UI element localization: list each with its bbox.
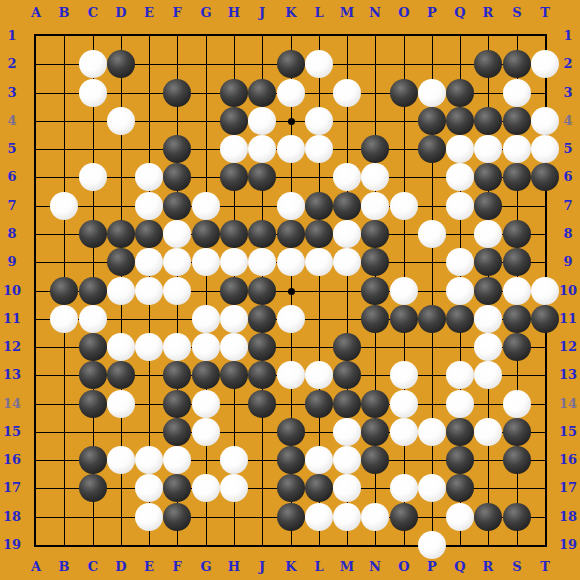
white-stone <box>277 135 305 163</box>
white-stone <box>390 474 418 502</box>
white-stone <box>163 333 191 361</box>
white-stone <box>107 277 135 305</box>
black-stone <box>503 107 531 135</box>
white-stone <box>248 107 276 135</box>
black-stone <box>277 50 305 78</box>
column-label-top-M: M <box>335 5 359 21</box>
black-stone <box>163 503 191 531</box>
white-stone <box>135 248 163 276</box>
black-stone <box>361 220 389 248</box>
white-stone <box>474 135 502 163</box>
column-label-bottom-M: M <box>335 559 359 575</box>
column-label-top-P: P <box>420 5 444 21</box>
white-stone <box>135 192 163 220</box>
black-stone <box>361 135 389 163</box>
white-stone <box>305 135 333 163</box>
white-stone <box>446 503 474 531</box>
black-stone <box>248 79 276 107</box>
white-stone <box>390 192 418 220</box>
black-stone <box>446 79 474 107</box>
row-label-right-18: 18 <box>556 509 580 525</box>
column-label-top-J: J <box>250 5 274 21</box>
black-stone <box>79 277 107 305</box>
row-label-left-17: 17 <box>0 480 24 496</box>
black-stone <box>220 277 248 305</box>
column-label-bottom-R: R <box>476 559 500 575</box>
black-stone <box>446 305 474 333</box>
black-stone <box>446 418 474 446</box>
black-stone <box>390 79 418 107</box>
white-stone <box>390 418 418 446</box>
row-label-right-4: 4 <box>556 113 580 129</box>
black-stone <box>107 50 135 78</box>
white-stone <box>333 474 361 502</box>
white-stone <box>361 163 389 191</box>
column-label-bottom-J: J <box>250 559 274 575</box>
white-stone <box>531 50 559 78</box>
row-label-right-17: 17 <box>556 480 580 496</box>
white-stone <box>305 361 333 389</box>
white-stone <box>135 446 163 474</box>
column-label-bottom-A: A <box>24 559 48 575</box>
row-label-left-2: 2 <box>0 56 24 72</box>
column-label-top-B: B <box>52 5 76 21</box>
black-stone <box>531 163 559 191</box>
white-stone <box>192 418 220 446</box>
column-label-top-R: R <box>476 5 500 21</box>
black-stone <box>277 220 305 248</box>
white-stone <box>107 446 135 474</box>
black-stone <box>50 277 78 305</box>
black-stone <box>248 163 276 191</box>
white-stone <box>220 248 248 276</box>
row-label-right-2: 2 <box>556 56 580 72</box>
white-stone <box>192 474 220 502</box>
row-label-right-15: 15 <box>556 424 580 440</box>
column-label-bottom-C: C <box>81 559 105 575</box>
white-stone <box>220 474 248 502</box>
row-label-right-7: 7 <box>556 198 580 214</box>
row-label-left-11: 11 <box>0 311 24 327</box>
go-board[interactable]: AABBCCDDEEFFGGHHJJKKLLMMNNOOPPQQRRSSTT11… <box>0 0 580 580</box>
black-stone <box>531 305 559 333</box>
white-stone <box>220 135 248 163</box>
column-label-bottom-P: P <box>420 559 444 575</box>
white-stone <box>474 361 502 389</box>
white-stone <box>79 79 107 107</box>
black-stone <box>474 277 502 305</box>
white-stone <box>446 248 474 276</box>
black-stone <box>163 79 191 107</box>
column-label-top-T: T <box>533 5 557 21</box>
black-stone <box>277 503 305 531</box>
white-stone <box>333 503 361 531</box>
white-stone <box>418 418 446 446</box>
white-stone <box>531 135 559 163</box>
black-stone <box>192 361 220 389</box>
black-stone <box>446 107 474 135</box>
white-stone <box>446 277 474 305</box>
white-stone <box>163 220 191 248</box>
white-stone <box>305 248 333 276</box>
column-label-bottom-F: F <box>165 559 189 575</box>
row-label-left-10: 10 <box>0 283 24 299</box>
white-stone <box>446 390 474 418</box>
black-stone <box>361 390 389 418</box>
white-stone <box>277 192 305 220</box>
row-label-right-9: 9 <box>556 254 580 270</box>
black-stone <box>79 390 107 418</box>
black-stone <box>248 361 276 389</box>
black-stone <box>192 220 220 248</box>
black-stone <box>474 248 502 276</box>
white-stone <box>418 531 446 559</box>
black-stone <box>107 361 135 389</box>
black-stone <box>277 446 305 474</box>
black-stone <box>220 163 248 191</box>
black-stone <box>503 418 531 446</box>
column-label-top-L: L <box>307 5 331 21</box>
white-stone <box>248 248 276 276</box>
black-stone <box>474 50 502 78</box>
white-stone <box>361 192 389 220</box>
white-stone <box>220 446 248 474</box>
black-stone <box>79 333 107 361</box>
black-stone <box>474 163 502 191</box>
column-label-top-C: C <box>81 5 105 21</box>
white-stone <box>333 163 361 191</box>
black-stone <box>333 390 361 418</box>
row-label-right-6: 6 <box>556 169 580 185</box>
black-stone <box>79 220 107 248</box>
column-label-bottom-L: L <box>307 559 331 575</box>
white-stone <box>79 50 107 78</box>
column-label-top-Q: Q <box>448 5 472 21</box>
black-stone <box>503 446 531 474</box>
black-stone <box>248 390 276 418</box>
column-label-top-E: E <box>137 5 161 21</box>
black-stone <box>248 220 276 248</box>
white-stone <box>135 163 163 191</box>
black-stone <box>305 220 333 248</box>
black-stone <box>135 220 163 248</box>
white-stone <box>163 248 191 276</box>
white-stone <box>418 474 446 502</box>
white-stone <box>135 277 163 305</box>
white-stone <box>503 390 531 418</box>
black-stone <box>503 333 531 361</box>
black-stone <box>361 277 389 305</box>
white-stone <box>503 79 531 107</box>
white-stone <box>277 361 305 389</box>
column-label-top-S: S <box>505 5 529 21</box>
black-stone <box>361 248 389 276</box>
white-stone <box>107 333 135 361</box>
black-stone <box>474 503 502 531</box>
white-stone <box>50 305 78 333</box>
black-stone <box>361 418 389 446</box>
white-stone <box>107 390 135 418</box>
column-label-top-O: O <box>392 5 416 21</box>
black-stone <box>220 220 248 248</box>
black-stone <box>163 135 191 163</box>
white-stone <box>305 107 333 135</box>
column-label-top-G: G <box>194 5 218 21</box>
black-stone <box>277 418 305 446</box>
white-stone <box>277 305 305 333</box>
white-stone <box>305 50 333 78</box>
white-stone <box>390 361 418 389</box>
white-stone <box>390 390 418 418</box>
column-label-bottom-G: G <box>194 559 218 575</box>
black-stone <box>163 474 191 502</box>
white-stone <box>418 79 446 107</box>
black-stone <box>248 333 276 361</box>
row-label-left-4: 4 <box>0 113 24 129</box>
column-label-top-H: H <box>222 5 246 21</box>
row-label-left-7: 7 <box>0 198 24 214</box>
star-point <box>288 288 295 295</box>
black-stone <box>107 248 135 276</box>
white-stone <box>107 107 135 135</box>
row-label-right-19: 19 <box>556 537 580 553</box>
white-stone <box>135 474 163 502</box>
white-stone <box>474 220 502 248</box>
white-stone <box>305 503 333 531</box>
black-stone <box>220 79 248 107</box>
white-stone <box>192 248 220 276</box>
column-label-bottom-E: E <box>137 559 161 575</box>
column-label-top-F: F <box>165 5 189 21</box>
row-label-left-18: 18 <box>0 509 24 525</box>
column-label-bottom-Q: Q <box>448 559 472 575</box>
black-stone <box>418 135 446 163</box>
white-stone <box>333 248 361 276</box>
white-stone <box>305 446 333 474</box>
black-stone <box>163 390 191 418</box>
black-stone <box>390 305 418 333</box>
black-stone <box>503 163 531 191</box>
black-stone <box>107 220 135 248</box>
black-stone <box>446 474 474 502</box>
black-stone <box>248 277 276 305</box>
black-stone <box>220 361 248 389</box>
column-label-bottom-N: N <box>363 559 387 575</box>
white-stone <box>361 503 389 531</box>
white-stone <box>446 163 474 191</box>
screenshot-frame: AABBCCDDEEFFGGHHJJKKLLMMNNOOPPQQRRSSTT11… <box>0 0 580 580</box>
row-label-left-13: 13 <box>0 367 24 383</box>
column-label-bottom-O: O <box>392 559 416 575</box>
black-stone <box>79 446 107 474</box>
white-stone <box>50 192 78 220</box>
white-stone <box>135 333 163 361</box>
black-stone <box>361 446 389 474</box>
white-stone <box>531 277 559 305</box>
black-stone <box>79 474 107 502</box>
white-stone <box>418 220 446 248</box>
black-stone <box>503 503 531 531</box>
white-stone <box>503 135 531 163</box>
row-label-right-13: 13 <box>556 367 580 383</box>
black-stone <box>418 305 446 333</box>
black-stone <box>446 446 474 474</box>
row-label-left-3: 3 <box>0 85 24 101</box>
black-stone <box>474 107 502 135</box>
white-stone <box>333 220 361 248</box>
black-stone <box>305 474 333 502</box>
white-stone <box>79 163 107 191</box>
black-stone <box>163 192 191 220</box>
column-label-bottom-B: B <box>52 559 76 575</box>
white-stone <box>277 79 305 107</box>
row-label-left-8: 8 <box>0 226 24 242</box>
black-stone <box>418 107 446 135</box>
black-stone <box>503 248 531 276</box>
row-label-left-15: 15 <box>0 424 24 440</box>
black-stone <box>333 333 361 361</box>
black-stone <box>503 305 531 333</box>
white-stone <box>503 277 531 305</box>
row-label-left-19: 19 <box>0 537 24 553</box>
black-stone <box>390 503 418 531</box>
black-stone <box>305 390 333 418</box>
row-label-left-6: 6 <box>0 169 24 185</box>
white-stone <box>277 248 305 276</box>
row-label-right-12: 12 <box>556 339 580 355</box>
black-stone <box>503 50 531 78</box>
white-stone <box>192 333 220 361</box>
white-stone <box>248 135 276 163</box>
white-stone <box>220 305 248 333</box>
white-stone <box>135 503 163 531</box>
row-label-left-5: 5 <box>0 141 24 157</box>
black-stone <box>248 305 276 333</box>
black-stone <box>163 418 191 446</box>
black-stone <box>333 192 361 220</box>
black-stone <box>220 107 248 135</box>
black-stone <box>163 361 191 389</box>
black-stone <box>361 305 389 333</box>
white-stone <box>220 333 248 361</box>
white-stone <box>333 446 361 474</box>
white-stone <box>333 79 361 107</box>
black-stone <box>333 361 361 389</box>
black-stone <box>305 192 333 220</box>
white-stone <box>390 277 418 305</box>
white-stone <box>79 305 107 333</box>
column-label-bottom-K: K <box>279 559 303 575</box>
column-label-bottom-D: D <box>109 559 133 575</box>
white-stone <box>531 107 559 135</box>
black-stone <box>474 192 502 220</box>
row-label-right-16: 16 <box>556 452 580 468</box>
column-label-top-A: A <box>24 5 48 21</box>
white-stone <box>446 361 474 389</box>
column-label-top-K: K <box>279 5 303 21</box>
column-label-bottom-H: H <box>222 559 246 575</box>
row-label-left-1: 1 <box>0 28 24 44</box>
white-stone <box>446 192 474 220</box>
column-label-top-N: N <box>363 5 387 21</box>
black-stone <box>163 163 191 191</box>
row-label-right-11: 11 <box>556 311 580 327</box>
row-label-right-1: 1 <box>556 28 580 44</box>
row-label-left-14: 14 <box>0 396 24 412</box>
white-stone <box>192 390 220 418</box>
row-label-left-12: 12 <box>0 339 24 355</box>
row-label-right-8: 8 <box>556 226 580 242</box>
white-stone <box>474 305 502 333</box>
row-label-left-9: 9 <box>0 254 24 270</box>
black-stone <box>503 220 531 248</box>
white-stone <box>474 418 502 446</box>
row-label-right-3: 3 <box>556 85 580 101</box>
star-point <box>288 118 295 125</box>
white-stone <box>446 135 474 163</box>
white-stone <box>192 192 220 220</box>
row-label-right-10: 10 <box>556 283 580 299</box>
white-stone <box>163 277 191 305</box>
column-label-bottom-S: S <box>505 559 529 575</box>
white-stone <box>192 305 220 333</box>
column-label-bottom-T: T <box>533 559 557 575</box>
white-stone <box>163 446 191 474</box>
black-stone <box>79 361 107 389</box>
row-label-right-5: 5 <box>556 141 580 157</box>
row-label-left-16: 16 <box>0 452 24 468</box>
row-label-right-14: 14 <box>556 396 580 412</box>
black-stone <box>277 474 305 502</box>
white-stone <box>474 333 502 361</box>
white-stone <box>333 418 361 446</box>
column-label-top-D: D <box>109 5 133 21</box>
